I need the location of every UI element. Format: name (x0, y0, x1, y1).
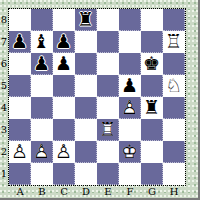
square-f2[interactable]: ♚♔ (119, 141, 141, 163)
file-label-f: F (119, 186, 141, 199)
square-d4[interactable] (75, 97, 97, 119)
file-label-b: B (31, 186, 53, 199)
square-d1[interactable] (75, 163, 97, 185)
square-e7[interactable] (97, 31, 119, 53)
square-f6[interactable] (119, 53, 141, 75)
piece-glyph: ♟ (53, 53, 74, 74)
square-e6[interactable] (97, 53, 119, 75)
square-d2[interactable] (75, 141, 97, 163)
square-c1[interactable] (53, 163, 75, 185)
square-d3[interactable] (75, 119, 97, 141)
file-label-h: H (163, 186, 185, 199)
black-pawn[interactable]: ♟ (53, 31, 74, 52)
square-h4[interactable] (163, 97, 185, 119)
square-g1[interactable] (141, 163, 163, 185)
square-g2[interactable] (141, 141, 163, 163)
square-d8[interactable]: ♜ (75, 9, 97, 31)
square-g3[interactable] (141, 119, 163, 141)
square-e4[interactable] (97, 97, 119, 119)
square-a3[interactable] (9, 119, 31, 141)
square-g7[interactable] (141, 31, 163, 53)
chess-board: ♜♟♝♟♜♖♟♟♚♟♞♘♟♙♜♜♖♟♙♟♙♟♙♚♔ (8, 8, 186, 186)
rank-label-5: 5 (0, 75, 8, 97)
rank-label-1: 1 (0, 163, 8, 185)
square-b2[interactable]: ♟♙ (31, 141, 53, 163)
piece-glyph: ♖ (97, 119, 118, 140)
square-h7[interactable]: ♜♖ (163, 31, 185, 53)
square-b6[interactable]: ♟ (31, 53, 53, 75)
rank-label-6: 6 (0, 53, 8, 75)
square-h5[interactable]: ♞♘ (163, 75, 185, 97)
rank-label-8: 8 (0, 9, 8, 31)
square-c7[interactable]: ♟ (53, 31, 75, 53)
square-b4[interactable] (31, 97, 53, 119)
square-h6[interactable] (163, 53, 185, 75)
piece-glyph: ♔ (119, 141, 140, 162)
black-pawn[interactable]: ♟ (31, 53, 52, 74)
square-a2[interactable]: ♟♙ (9, 141, 31, 163)
piece-glyph: ♖ (163, 31, 184, 52)
piece-glyph: ♜ (75, 9, 96, 30)
white-pawn[interactable]: ♟♙ (119, 97, 140, 118)
black-rook[interactable]: ♜ (75, 9, 96, 30)
square-c3[interactable] (53, 119, 75, 141)
square-b3[interactable] (31, 119, 53, 141)
piece-glyph: ♟ (119, 75, 140, 96)
white-rook[interactable]: ♜♖ (97, 119, 118, 140)
piece-glyph: ♟ (31, 53, 52, 74)
square-f4[interactable]: ♟♙ (119, 97, 141, 119)
piece-glyph: ♚ (141, 53, 162, 74)
white-pawn[interactable]: ♟♙ (9, 141, 30, 162)
piece-glyph: ♟ (53, 31, 74, 52)
square-b1[interactable] (31, 163, 53, 185)
square-d6[interactable] (75, 53, 97, 75)
black-rook[interactable]: ♜ (141, 97, 162, 118)
piece-glyph: ♟ (9, 31, 30, 52)
square-h3[interactable] (163, 119, 185, 141)
square-e3[interactable]: ♜♖ (97, 119, 119, 141)
white-king[interactable]: ♚♔ (119, 141, 140, 162)
square-g5[interactable] (141, 75, 163, 97)
square-a4[interactable] (9, 97, 31, 119)
square-a7[interactable]: ♟ (9, 31, 31, 53)
square-b5[interactable] (31, 75, 53, 97)
square-e5[interactable] (97, 75, 119, 97)
piece-glyph: ♘ (163, 75, 184, 96)
piece-glyph: ♙ (53, 141, 74, 162)
piece-glyph: ♙ (119, 97, 140, 118)
black-pawn[interactable]: ♟ (9, 31, 30, 52)
file-label-a: A (9, 186, 31, 199)
white-pawn[interactable]: ♟♙ (31, 141, 52, 162)
square-c2[interactable]: ♟♙ (53, 141, 75, 163)
square-e8[interactable] (97, 9, 119, 31)
square-e2[interactable] (97, 141, 119, 163)
black-bishop[interactable]: ♝ (31, 31, 52, 52)
white-knight[interactable]: ♞♘ (163, 75, 184, 96)
rank-label-2: 2 (0, 141, 8, 163)
square-g6[interactable]: ♚ (141, 53, 163, 75)
square-b7[interactable]: ♝ (31, 31, 53, 53)
square-d7[interactable] (75, 31, 97, 53)
square-h2[interactable] (163, 141, 185, 163)
square-c4[interactable] (53, 97, 75, 119)
square-d5[interactable] (75, 75, 97, 97)
square-f7[interactable] (119, 31, 141, 53)
white-rook[interactable]: ♜♖ (163, 31, 184, 52)
white-pawn[interactable]: ♟♙ (53, 141, 74, 162)
piece-glyph: ♝ (31, 31, 52, 52)
chess-board-frame: ♜♟♝♟♜♖♟♟♚♟♞♘♟♙♜♜♖♟♙♟♙♟♙♚♔ 87654321 ABCDE… (0, 0, 200, 200)
black-pawn[interactable]: ♟ (119, 75, 140, 96)
black-king[interactable]: ♚ (141, 53, 162, 74)
square-f5[interactable]: ♟ (119, 75, 141, 97)
square-c6[interactable]: ♟ (53, 53, 75, 75)
file-label-c: C (53, 186, 75, 199)
square-c8[interactable] (53, 9, 75, 31)
square-c5[interactable] (53, 75, 75, 97)
file-label-g: G (141, 186, 163, 199)
square-a6[interactable] (9, 53, 31, 75)
square-f1[interactable] (119, 163, 141, 185)
file-label-d: D (75, 186, 97, 199)
square-f8[interactable] (119, 9, 141, 31)
square-b8[interactable] (31, 9, 53, 31)
square-f3[interactable] (119, 119, 141, 141)
square-a1[interactable] (9, 163, 31, 185)
square-a5[interactable] (9, 75, 31, 97)
piece-glyph: ♙ (31, 141, 52, 162)
rank-label-4: 4 (0, 97, 8, 119)
square-g4[interactable]: ♜ (141, 97, 163, 119)
square-h1[interactable] (163, 163, 185, 185)
square-h8[interactable] (163, 9, 185, 31)
file-label-e: E (97, 186, 119, 199)
square-e1[interactable] (97, 163, 119, 185)
square-g8[interactable] (141, 9, 163, 31)
rank-label-7: 7 (0, 31, 8, 53)
rank-label-3: 3 (0, 119, 8, 141)
piece-glyph: ♜ (141, 97, 162, 118)
black-pawn[interactable]: ♟ (53, 53, 74, 74)
square-a8[interactable] (9, 9, 31, 31)
piece-glyph: ♙ (9, 141, 30, 162)
